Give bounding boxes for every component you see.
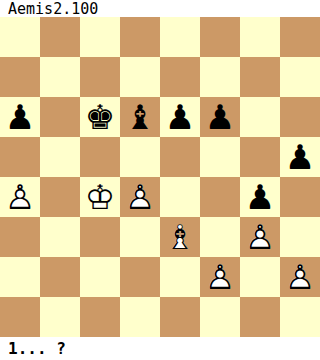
diagram-title: Aemis2.100 xyxy=(8,1,98,17)
square-g8[interactable] xyxy=(240,17,280,57)
square-e4[interactable] xyxy=(160,177,200,217)
square-a5[interactable] xyxy=(0,137,40,177)
square-b4[interactable] xyxy=(40,177,80,217)
black-king: ♚ xyxy=(80,97,120,137)
square-f5[interactable] xyxy=(200,137,240,177)
square-d3[interactable] xyxy=(120,217,160,257)
black-pawn: ♟ xyxy=(240,177,280,217)
square-d8[interactable] xyxy=(120,17,160,57)
square-a8[interactable] xyxy=(0,17,40,57)
piece-glyph: ♟ xyxy=(280,137,320,177)
square-d5[interactable] xyxy=(120,137,160,177)
piece-outline: ♙ xyxy=(200,257,240,297)
square-e6[interactable]: ♟ xyxy=(160,97,200,137)
square-g1[interactable] xyxy=(240,297,280,337)
square-f6[interactable]: ♟ xyxy=(200,97,240,137)
square-b7[interactable] xyxy=(40,57,80,97)
square-h8[interactable] xyxy=(280,17,320,57)
square-g7[interactable] xyxy=(240,57,280,97)
chess-board: ♟♚♝♟♟♟♟♙♚♔♟♙♟♝♗♟♙♟♙♟♙ xyxy=(0,17,320,337)
square-e7[interactable] xyxy=(160,57,200,97)
square-g4[interactable]: ♟ xyxy=(240,177,280,217)
square-c1[interactable] xyxy=(80,297,120,337)
square-f2[interactable]: ♟♙ xyxy=(200,257,240,297)
square-g5[interactable] xyxy=(240,137,280,177)
square-g3[interactable]: ♟♙ xyxy=(240,217,280,257)
square-f1[interactable] xyxy=(200,297,240,337)
square-c4[interactable]: ♚♔ xyxy=(80,177,120,217)
square-f8[interactable] xyxy=(200,17,240,57)
square-f3[interactable] xyxy=(200,217,240,257)
square-d2[interactable] xyxy=(120,257,160,297)
square-h6[interactable] xyxy=(280,97,320,137)
square-h2[interactable]: ♟♙ xyxy=(280,257,320,297)
square-h4[interactable] xyxy=(280,177,320,217)
piece-glyph: ♝ xyxy=(120,97,160,137)
square-g6[interactable] xyxy=(240,97,280,137)
square-h3[interactable] xyxy=(280,217,320,257)
white-king: ♚♔ xyxy=(80,177,120,217)
square-a1[interactable] xyxy=(0,297,40,337)
square-d7[interactable] xyxy=(120,57,160,97)
black-pawn: ♟ xyxy=(0,97,40,137)
square-e5[interactable] xyxy=(160,137,200,177)
square-h5[interactable]: ♟ xyxy=(280,137,320,177)
square-a2[interactable] xyxy=(0,257,40,297)
square-b1[interactable] xyxy=(40,297,80,337)
square-c6[interactable]: ♚ xyxy=(80,97,120,137)
square-a4[interactable]: ♟♙ xyxy=(0,177,40,217)
square-e8[interactable] xyxy=(160,17,200,57)
square-e2[interactable] xyxy=(160,257,200,297)
square-f7[interactable] xyxy=(200,57,240,97)
white-pawn: ♟♙ xyxy=(120,177,160,217)
square-g2[interactable] xyxy=(240,257,280,297)
square-e1[interactable] xyxy=(160,297,200,337)
square-a3[interactable] xyxy=(0,217,40,257)
square-c2[interactable] xyxy=(80,257,120,297)
square-b2[interactable] xyxy=(40,257,80,297)
piece-outline: ♙ xyxy=(120,177,160,217)
square-b3[interactable] xyxy=(40,217,80,257)
white-pawn: ♟♙ xyxy=(0,177,40,217)
square-b5[interactable] xyxy=(40,137,80,177)
piece-glyph: ♟ xyxy=(200,97,240,137)
square-h1[interactable] xyxy=(280,297,320,337)
piece-outline: ♙ xyxy=(280,257,320,297)
white-pawn: ♟♙ xyxy=(200,257,240,297)
square-d4[interactable]: ♟♙ xyxy=(120,177,160,217)
black-pawn: ♟ xyxy=(160,97,200,137)
square-f4[interactable] xyxy=(200,177,240,217)
square-b8[interactable] xyxy=(40,17,80,57)
black-pawn: ♟ xyxy=(280,137,320,177)
piece-glyph: ♚ xyxy=(80,97,120,137)
piece-outline: ♙ xyxy=(0,177,40,217)
square-d6[interactable]: ♝ xyxy=(120,97,160,137)
white-pawn: ♟♙ xyxy=(280,257,320,297)
white-bishop: ♝♗ xyxy=(160,217,200,257)
piece-glyph: ♟ xyxy=(160,97,200,137)
black-bishop: ♝ xyxy=(120,97,160,137)
square-a7[interactable] xyxy=(0,57,40,97)
piece-glyph: ♟ xyxy=(0,97,40,137)
square-c5[interactable] xyxy=(80,137,120,177)
square-h7[interactable] xyxy=(280,57,320,97)
square-a6[interactable]: ♟ xyxy=(0,97,40,137)
black-pawn: ♟ xyxy=(200,97,240,137)
piece-outline: ♔ xyxy=(80,177,120,217)
square-c7[interactable] xyxy=(80,57,120,97)
square-c3[interactable] xyxy=(80,217,120,257)
piece-glyph: ♟ xyxy=(240,177,280,217)
piece-outline: ♗ xyxy=(160,217,200,257)
square-d1[interactable] xyxy=(120,297,160,337)
square-b6[interactable] xyxy=(40,97,80,137)
square-c8[interactable] xyxy=(80,17,120,57)
move-prompt: 1... ? xyxy=(8,339,66,358)
piece-outline: ♙ xyxy=(240,217,280,257)
white-pawn: ♟♙ xyxy=(240,217,280,257)
square-e3[interactable]: ♝♗ xyxy=(160,217,200,257)
